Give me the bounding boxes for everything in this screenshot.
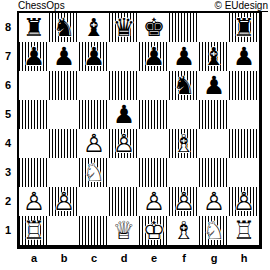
square-a4[interactable] — [19, 129, 49, 158]
file-label-f: f — [169, 251, 199, 266]
piece-glyph: ♜ — [229, 13, 259, 42]
square-f3[interactable] — [169, 158, 199, 187]
black-pawn-piece[interactable]: ♟ — [109, 100, 139, 129]
black-bishop-piece[interactable]: ♝ — [79, 13, 109, 42]
black-pawn-piece[interactable]: ♟ — [49, 42, 79, 71]
square-f5[interactable] — [169, 100, 199, 129]
piece-glyph: ♟ — [79, 42, 109, 71]
piece-glyph: ♝ — [79, 13, 109, 42]
square-b5[interactable] — [49, 100, 79, 129]
black-knight-piece[interactable]: ♞ — [169, 71, 199, 100]
piece-glyph: ♟ — [199, 71, 229, 100]
piece-outline-glyph: ♙ — [139, 187, 169, 216]
square-d2[interactable] — [109, 187, 139, 216]
square-b7[interactable]: ♟ — [49, 42, 79, 71]
file-labels: abcdefgh — [19, 251, 259, 266]
square-d3[interactable] — [109, 158, 139, 187]
square-c3[interactable]: ♞♘ — [79, 158, 109, 187]
white-pawn-piece[interactable]: ♟♙ — [109, 129, 139, 158]
white-knight-piece[interactable]: ♞♘ — [199, 216, 229, 245]
piece-outline-glyph: ♙ — [79, 129, 109, 158]
square-h8[interactable]: ♜ — [229, 13, 259, 42]
square-h4[interactable] — [229, 129, 259, 158]
rank-label-8: 8 — [0, 13, 16, 42]
file-label-a: a — [19, 251, 49, 266]
white-pawn-piece[interactable]: ♟♙ — [199, 187, 229, 216]
black-pawn-piece[interactable]: ♟ — [79, 42, 109, 71]
square-e4[interactable] — [139, 129, 169, 158]
white-king-piece[interactable]: ♚♔ — [139, 216, 169, 245]
square-d5[interactable]: ♟ — [109, 100, 139, 129]
square-d6[interactable] — [109, 71, 139, 100]
piece-outline-glyph: ♙ — [229, 187, 259, 216]
square-c2[interactable] — [79, 187, 109, 216]
rank-label-5: 5 — [0, 100, 16, 129]
black-bishop-piece[interactable]: ♝ — [199, 42, 229, 71]
piece-outline-glyph: ♘ — [79, 158, 109, 187]
piece-glyph: ♟ — [139, 42, 169, 71]
square-f7[interactable]: ♟ — [169, 42, 199, 71]
credit-text: © EUdesign — [214, 0, 268, 11]
square-a5[interactable] — [19, 100, 49, 129]
square-d7[interactable] — [109, 42, 139, 71]
square-b1[interactable] — [49, 216, 79, 245]
square-c1[interactable] — [79, 216, 109, 245]
piece-glyph: ♟ — [19, 42, 49, 71]
square-e2[interactable]: ♟♙ — [139, 187, 169, 216]
square-g1[interactable]: ♞♘ — [199, 216, 229, 245]
piece-outline-glyph: ♗ — [169, 216, 199, 245]
square-b3[interactable] — [49, 158, 79, 187]
square-g5[interactable] — [199, 100, 229, 129]
white-bishop-piece[interactable]: ♝♗ — [169, 216, 199, 245]
rank-label-7: 7 — [0, 42, 16, 71]
square-f2[interactable]: ♟♙ — [169, 187, 199, 216]
file-label-e: e — [139, 251, 169, 266]
white-knight-piece[interactable]: ♞♘ — [79, 158, 109, 187]
black-queen-piece[interactable]: ♛ — [109, 13, 139, 42]
square-b6[interactable] — [49, 71, 79, 100]
piece-outline-glyph: ♗ — [169, 129, 199, 158]
square-d4[interactable]: ♟♙ — [109, 129, 139, 158]
square-e6[interactable] — [139, 71, 169, 100]
piece-glyph: ♟ — [229, 42, 259, 71]
square-b8[interactable]: ♞ — [49, 13, 79, 42]
file-label-b: b — [49, 251, 79, 266]
square-a6[interactable] — [19, 71, 49, 100]
white-pawn-piece[interactable]: ♟♙ — [79, 129, 109, 158]
square-h6[interactable] — [229, 71, 259, 100]
black-pawn-piece[interactable]: ♟ — [169, 42, 199, 71]
square-g4[interactable] — [199, 129, 229, 158]
black-pawn-piece[interactable]: ♟ — [229, 42, 259, 71]
white-bishop-piece[interactable]: ♝♗ — [169, 129, 199, 158]
chess-board: ♜♞♝♛♚♜♟♟♟♟♟♝♟♞♟♟♟♙♟♙♝♗♞♘♟♙♟♙♟♙♟♙♟♙♟♙♜♖♛♕… — [17, 12, 262, 249]
square-h1[interactable]: ♜♖ — [229, 216, 259, 245]
black-pawn-piece[interactable]: ♟ — [139, 42, 169, 71]
square-f4[interactable]: ♝♗ — [169, 129, 199, 158]
piece-outline-glyph: ♙ — [199, 187, 229, 216]
piece-glyph: ♟ — [109, 100, 139, 129]
black-rook-piece[interactable]: ♜ — [229, 13, 259, 42]
white-pawn-piece[interactable]: ♟♙ — [19, 187, 49, 216]
square-h5[interactable] — [229, 100, 259, 129]
square-f1[interactable]: ♝♗ — [169, 216, 199, 245]
black-knight-piece[interactable]: ♞ — [49, 13, 79, 42]
square-c4[interactable]: ♟♙ — [79, 129, 109, 158]
rank-label-4: 4 — [0, 129, 16, 158]
square-a3[interactable] — [19, 158, 49, 187]
square-e5[interactable] — [139, 100, 169, 129]
rank-labels: 87654321 — [0, 13, 16, 245]
piece-outline-glyph: ♙ — [169, 187, 199, 216]
square-e3[interactable] — [139, 158, 169, 187]
white-queen-piece[interactable]: ♛♕ — [109, 216, 139, 245]
square-c6[interactable] — [79, 71, 109, 100]
piece-glyph: ♝ — [199, 42, 229, 71]
app-title: ChessOps — [18, 0, 65, 11]
piece-outline-glyph: ♖ — [19, 216, 49, 245]
square-h7[interactable]: ♟ — [229, 42, 259, 71]
rank-label-1: 1 — [0, 216, 16, 245]
piece-outline-glyph: ♙ — [49, 187, 79, 216]
square-c8[interactable]: ♝ — [79, 13, 109, 42]
file-label-h: h — [229, 251, 259, 266]
piece-outline-glyph: ♙ — [19, 187, 49, 216]
piece-glyph: ♚ — [139, 13, 169, 42]
black-pawn-piece[interactable]: ♟ — [199, 71, 229, 100]
piece-glyph: ♛ — [109, 13, 139, 42]
square-e1[interactable]: ♚♔ — [139, 216, 169, 245]
piece-glyph: ♟ — [169, 42, 199, 71]
square-f6[interactable]: ♞ — [169, 71, 199, 100]
white-pawn-piece[interactable]: ♟♙ — [169, 187, 199, 216]
square-a2[interactable]: ♟♙ — [19, 187, 49, 216]
square-g7[interactable]: ♝ — [199, 42, 229, 71]
rank-label-6: 6 — [0, 71, 16, 100]
square-c5[interactable] — [79, 100, 109, 129]
chessops-window: ChessOps © EUdesign 87654321 ♜♞♝♛♚♜♟♟♟♟♟… — [0, 0, 270, 270]
white-rook-piece[interactable]: ♜♖ — [229, 216, 259, 245]
square-h3[interactable] — [229, 158, 259, 187]
square-b2[interactable]: ♟♙ — [49, 187, 79, 216]
square-d1[interactable]: ♛♕ — [109, 216, 139, 245]
piece-glyph: ♞ — [169, 71, 199, 100]
black-rook-piece[interactable]: ♜ — [19, 13, 49, 42]
square-g2[interactable]: ♟♙ — [199, 187, 229, 216]
square-c7[interactable]: ♟ — [79, 42, 109, 71]
square-f8[interactable] — [169, 13, 199, 42]
square-g3[interactable] — [199, 158, 229, 187]
square-g6[interactable]: ♟ — [199, 71, 229, 100]
white-pawn-piece[interactable]: ♟♙ — [229, 187, 259, 216]
square-a1[interactable]: ♜♖ — [19, 216, 49, 245]
piece-outline-glyph: ♖ — [229, 216, 259, 245]
piece-outline-glyph: ♘ — [199, 216, 229, 245]
file-label-g: g — [199, 251, 229, 266]
square-a8[interactable]: ♜ — [19, 13, 49, 42]
square-d8[interactable]: ♛ — [109, 13, 139, 42]
black-king-piece[interactable]: ♚ — [139, 13, 169, 42]
piece-outline-glyph: ♔ — [139, 216, 169, 245]
piece-glyph: ♞ — [49, 13, 79, 42]
black-pawn-piece[interactable]: ♟ — [19, 42, 49, 71]
rank-label-3: 3 — [0, 158, 16, 187]
rank-label-2: 2 — [0, 187, 16, 216]
header-bar: ChessOps © EUdesign — [17, 0, 268, 12]
square-e8[interactable]: ♚ — [139, 13, 169, 42]
square-b4[interactable] — [49, 129, 79, 158]
square-h2[interactable]: ♟♙ — [229, 187, 259, 216]
piece-outline-glyph: ♕ — [109, 216, 139, 245]
square-g8[interactable] — [199, 13, 229, 42]
piece-glyph: ♜ — [19, 13, 49, 42]
file-label-d: d — [109, 251, 139, 266]
piece-outline-glyph: ♙ — [109, 129, 139, 158]
square-a7[interactable]: ♟ — [19, 42, 49, 71]
piece-glyph: ♟ — [49, 42, 79, 71]
file-label-c: c — [79, 251, 109, 266]
white-rook-piece[interactable]: ♜♖ — [19, 216, 49, 245]
white-pawn-piece[interactable]: ♟♙ — [49, 187, 79, 216]
square-e7[interactable]: ♟ — [139, 42, 169, 71]
white-pawn-piece[interactable]: ♟♙ — [139, 187, 169, 216]
